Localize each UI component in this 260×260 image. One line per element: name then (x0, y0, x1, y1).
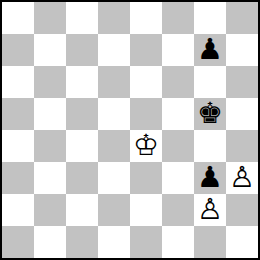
square-g7[interactable]: ♟ (194, 34, 226, 66)
square-e5[interactable] (130, 98, 162, 130)
square-h4[interactable] (226, 130, 258, 162)
square-c5[interactable] (66, 98, 98, 130)
square-b6[interactable] (34, 66, 66, 98)
square-g8[interactable] (194, 2, 226, 34)
square-f4[interactable] (162, 130, 194, 162)
square-d2[interactable] (98, 194, 130, 226)
square-a7[interactable] (2, 34, 34, 66)
square-c1[interactable] (66, 226, 98, 258)
square-b4[interactable] (34, 130, 66, 162)
square-b8[interactable] (34, 2, 66, 34)
square-f7[interactable] (162, 34, 194, 66)
square-a4[interactable] (2, 130, 34, 162)
square-e6[interactable] (130, 66, 162, 98)
white-pawn[interactable]: ♙ (197, 194, 223, 225)
square-f1[interactable] (162, 226, 194, 258)
chess-board: ♟♚♔♟♙♙ (2, 2, 258, 258)
square-f2[interactable] (162, 194, 194, 226)
square-c2[interactable] (66, 194, 98, 226)
square-b3[interactable] (34, 162, 66, 194)
square-d8[interactable] (98, 2, 130, 34)
square-h1[interactable] (226, 226, 258, 258)
square-d6[interactable] (98, 66, 130, 98)
black-pawn[interactable]: ♟ (197, 162, 223, 193)
square-g3[interactable]: ♟ (194, 162, 226, 194)
square-h7[interactable] (226, 34, 258, 66)
square-b7[interactable] (34, 34, 66, 66)
black-king[interactable]: ♚ (197, 98, 223, 129)
square-a1[interactable] (2, 226, 34, 258)
square-a3[interactable] (2, 162, 34, 194)
square-e3[interactable] (130, 162, 162, 194)
square-e1[interactable] (130, 226, 162, 258)
square-c4[interactable] (66, 130, 98, 162)
square-c3[interactable] (66, 162, 98, 194)
square-d1[interactable] (98, 226, 130, 258)
square-b2[interactable] (34, 194, 66, 226)
square-d4[interactable] (98, 130, 130, 162)
square-b5[interactable] (34, 98, 66, 130)
square-b1[interactable] (34, 226, 66, 258)
square-g6[interactable] (194, 66, 226, 98)
square-d5[interactable] (98, 98, 130, 130)
square-f5[interactable] (162, 98, 194, 130)
square-d3[interactable] (98, 162, 130, 194)
chess-board-frame: ♟♚♔♟♙♙ (0, 0, 260, 260)
square-f3[interactable] (162, 162, 194, 194)
square-g4[interactable] (194, 130, 226, 162)
square-h3[interactable]: ♙ (226, 162, 258, 194)
square-a6[interactable] (2, 66, 34, 98)
white-pawn[interactable]: ♙ (229, 162, 255, 193)
square-f6[interactable] (162, 66, 194, 98)
square-h2[interactable] (226, 194, 258, 226)
square-c7[interactable] (66, 34, 98, 66)
square-a2[interactable] (2, 194, 34, 226)
white-king[interactable]: ♔ (133, 130, 159, 161)
square-e8[interactable] (130, 2, 162, 34)
black-pawn[interactable]: ♟ (197, 34, 223, 65)
square-h8[interactable] (226, 2, 258, 34)
square-g2[interactable]: ♙ (194, 194, 226, 226)
square-e2[interactable] (130, 194, 162, 226)
square-e7[interactable] (130, 34, 162, 66)
square-h6[interactable] (226, 66, 258, 98)
square-e4[interactable]: ♔ (130, 130, 162, 162)
square-d7[interactable] (98, 34, 130, 66)
square-g1[interactable] (194, 226, 226, 258)
square-a5[interactable] (2, 98, 34, 130)
square-h5[interactable] (226, 98, 258, 130)
square-c8[interactable] (66, 2, 98, 34)
square-f8[interactable] (162, 2, 194, 34)
square-g5[interactable]: ♚ (194, 98, 226, 130)
square-c6[interactable] (66, 66, 98, 98)
square-a8[interactable] (2, 2, 34, 34)
